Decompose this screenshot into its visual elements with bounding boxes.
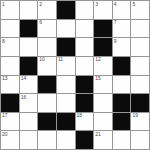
clue-number-4: 4 [114,2,117,7]
cell-r7c5[interactable]: 18 [76,113,94,131]
cell-r8c1[interactable]: 20 [1,131,19,149]
cell-r4c5[interactable] [76,57,94,75]
cell-r1c3[interactable]: 2 [38,1,56,19]
cell-r5c2[interactable]: 14 [20,76,38,94]
cell-r2c4[interactable] [57,20,75,38]
cell-r4c6[interactable]: 12 [94,57,112,75]
black-cell-r3c6 [94,38,112,56]
cell-r6c4[interactable] [57,94,75,112]
cell-r2c8[interactable] [131,20,149,38]
black-cell-r6c5 [76,94,94,112]
cell-r3c5[interactable] [76,38,94,56]
cell-r7c8[interactable]: 19 [131,113,149,131]
cell-r1c5[interactable] [76,1,94,19]
cell-r6c2[interactable]: 16 [20,94,38,112]
black-cell-r5c3 [38,76,56,94]
clue-number-1: 1 [2,2,5,7]
cell-r7c6[interactable] [94,113,112,131]
clue-number-16: 16 [21,95,27,100]
clue-number-18: 18 [77,113,83,118]
black-cell-r8c5 [76,131,94,149]
clue-number-21: 21 [95,132,101,137]
cell-r2c5[interactable] [76,20,94,38]
cell-r1c1[interactable]: 1 [1,1,19,19]
clue-number-15: 15 [95,76,101,81]
clue-number-20: 20 [2,132,8,137]
black-cell-r3c4 [57,38,75,56]
cell-r7c2[interactable] [20,113,38,131]
cell-r2c7[interactable]: 7 [113,20,131,38]
cell-r7c1[interactable]: 17 [1,113,19,131]
cell-r2c1[interactable] [1,20,19,38]
cell-r8c2[interactable] [20,131,38,149]
clue-number-10: 10 [39,57,45,62]
clue-number-9: 9 [114,39,117,44]
black-cell-r7c7 [113,113,131,131]
cell-r6c6[interactable] [94,94,112,112]
cell-r8c7[interactable] [113,131,131,149]
crossword-board: 123456789101112131415161718192021 [0,0,150,150]
black-cell-r5c5 [76,76,94,94]
clue-number-2: 2 [39,2,42,7]
clue-number-13: 13 [2,76,8,81]
clue-number-8: 8 [2,39,5,44]
cell-r8c3[interactable] [38,131,56,149]
cell-r8c6[interactable]: 21 [94,131,112,149]
black-cell-r6c8 [131,94,149,112]
cell-r3c1[interactable]: 8 [1,38,19,56]
clue-number-5: 5 [132,2,135,7]
clue-number-7: 7 [114,20,117,25]
cell-r5c4[interactable] [57,76,75,94]
cell-r8c8[interactable] [131,131,149,149]
clue-number-14: 14 [21,76,27,81]
black-cell-r7c4 [57,113,75,131]
clue-number-12: 12 [95,57,101,62]
cell-r5c7[interactable] [113,76,131,94]
cell-r5c6[interactable]: 15 [94,76,112,94]
cell-r2c3[interactable]: 6 [38,20,56,38]
clue-number-19: 19 [132,113,138,118]
black-cell-r4c2 [20,57,38,75]
cell-r5c1[interactable]: 13 [1,76,19,94]
black-cell-r2c2 [20,20,38,38]
black-cell-r6c7 [113,94,131,112]
black-cell-r4c7 [113,57,131,75]
black-cell-r2c6 [94,20,112,38]
clue-number-11: 11 [58,57,63,62]
cell-r1c7[interactable]: 4 [113,1,131,19]
cell-r3c3[interactable] [38,38,56,56]
clue-number-6: 6 [39,20,42,25]
black-cell-r6c1 [1,94,19,112]
cell-r4c8[interactable] [131,57,149,75]
cell-r1c2[interactable] [20,1,38,19]
black-cell-r1c4 [57,1,75,19]
cell-r6c3[interactable] [38,94,56,112]
cell-r3c7[interactable]: 9 [113,38,131,56]
cell-r3c8[interactable] [131,38,149,56]
cell-r1c6[interactable]: 3 [94,1,112,19]
cell-r4c3[interactable]: 10 [38,57,56,75]
cell-r8c4[interactable] [57,131,75,149]
cell-r4c1[interactable] [1,57,19,75]
cell-r1c8[interactable]: 5 [131,1,149,19]
clue-number-3: 3 [95,2,98,7]
cell-r4c4[interactable]: 11 [57,57,75,75]
black-cell-r7c3 [38,113,56,131]
clue-number-17: 17 [2,113,8,118]
cell-r3c2[interactable] [20,38,38,56]
cell-r5c8[interactable] [131,76,149,94]
